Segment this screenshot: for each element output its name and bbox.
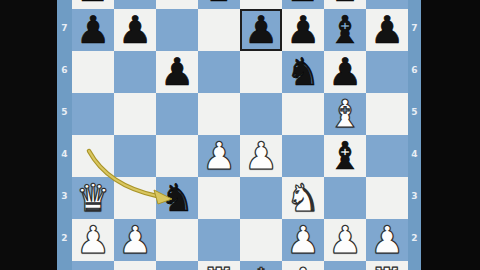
white-pawn-h2[interactable]: ♟ xyxy=(370,219,404,261)
square-c6[interactable]: ♟ xyxy=(156,51,198,93)
rank-labels-right: 87654321 xyxy=(408,0,421,270)
square-b1[interactable] xyxy=(114,261,156,270)
black-queen-d8[interactable]: ♛ xyxy=(202,0,236,9)
square-h3[interactable] xyxy=(366,177,408,219)
square-e5[interactable] xyxy=(240,93,282,135)
square-d7[interactable] xyxy=(198,9,240,51)
square-a1[interactable] xyxy=(72,261,114,270)
white-pawn-a2[interactable]: ♟ xyxy=(76,219,110,261)
square-g3[interactable] xyxy=(324,177,366,219)
white-rook-d1[interactable]: ♜ xyxy=(202,261,236,270)
square-a5[interactable] xyxy=(72,93,114,135)
square-d6[interactable] xyxy=(198,51,240,93)
black-pawn-h7[interactable]: ♟ xyxy=(370,9,404,51)
rank-label-4: 4 xyxy=(408,149,421,159)
white-pawn-f2[interactable]: ♟ xyxy=(286,219,320,261)
square-f7[interactable]: ♟ xyxy=(282,9,324,51)
black-knight-f6[interactable]: ♞ xyxy=(286,51,320,93)
square-c1[interactable] xyxy=(156,261,198,270)
square-h4[interactable] xyxy=(366,135,408,177)
square-e2[interactable] xyxy=(240,219,282,261)
letterbox-right xyxy=(421,0,480,270)
rank-label-2: 2 xyxy=(57,233,72,243)
letterbox-left xyxy=(0,0,57,270)
square-f1[interactable]: ♝ xyxy=(282,261,324,270)
white-king-e1[interactable]: ♚ xyxy=(244,261,278,270)
white-rook-h1[interactable]: ♜ xyxy=(370,261,404,270)
square-e7[interactable]: ♟ xyxy=(240,9,282,51)
black-pawn-e7[interactable]: ♟ xyxy=(244,9,278,51)
rank-label-3: 3 xyxy=(57,191,72,201)
square-g7[interactable]: ♝ xyxy=(324,9,366,51)
black-pawn-c6[interactable]: ♟ xyxy=(160,51,194,93)
square-e1[interactable]: ♚ xyxy=(240,261,282,270)
rank-label-5: 5 xyxy=(408,107,421,117)
square-f5[interactable] xyxy=(282,93,324,135)
rank-label-6: 6 xyxy=(408,65,421,75)
square-b4[interactable] xyxy=(114,135,156,177)
square-d8[interactable]: ♛ xyxy=(198,0,240,9)
white-pawn-b2[interactable]: ♟ xyxy=(118,219,152,261)
square-a3[interactable]: ♛ xyxy=(72,177,114,219)
square-g5[interactable]: ♝ xyxy=(324,93,366,135)
square-d2[interactable] xyxy=(198,219,240,261)
square-d3[interactable] xyxy=(198,177,240,219)
rank-label-5: 5 xyxy=(57,107,72,117)
black-pawn-f7[interactable]: ♟ xyxy=(286,9,320,51)
square-d1[interactable]: ♜ xyxy=(198,261,240,270)
square-h7[interactable]: ♟ xyxy=(366,9,408,51)
black-bishop-g4[interactable]: ♝ xyxy=(328,135,362,177)
rank-label-2: 2 xyxy=(408,233,421,243)
rank-label-7: 7 xyxy=(408,23,421,33)
square-a4[interactable] xyxy=(72,135,114,177)
square-e6[interactable] xyxy=(240,51,282,93)
square-f3[interactable]: ♞ xyxy=(282,177,324,219)
white-pawn-d4[interactable]: ♟ xyxy=(202,135,236,177)
square-b2[interactable]: ♟ xyxy=(114,219,156,261)
black-knight-c3[interactable]: ♞ xyxy=(160,177,194,219)
square-d4[interactable]: ♟ xyxy=(198,135,240,177)
square-b6[interactable] xyxy=(114,51,156,93)
square-h5[interactable] xyxy=(366,93,408,135)
square-f6[interactable]: ♞ xyxy=(282,51,324,93)
square-f4[interactable] xyxy=(282,135,324,177)
white-pawn-e4[interactable]: ♟ xyxy=(244,135,278,177)
square-f2[interactable]: ♟ xyxy=(282,219,324,261)
square-c7[interactable] xyxy=(156,9,198,51)
black-bishop-g7[interactable]: ♝ xyxy=(328,9,362,51)
rank-label-3: 3 xyxy=(408,191,421,201)
chess-board[interactable]: ♜♛♜♚♟♟♟♟♝♟♟♞♟♝♟♟♝♛♞♞♟♟♟♟♟♜♚♝♜ xyxy=(72,0,408,270)
chess-video-frame: 87654321 87654321 ♜♛♜♚♟♟♟♟♝♟♟♞♟♝♟♟♝♛♞♞♟♟… xyxy=(0,0,480,270)
square-a7[interactable]: ♟ xyxy=(72,9,114,51)
square-g6[interactable]: ♟ xyxy=(324,51,366,93)
square-c2[interactable] xyxy=(156,219,198,261)
rank-label-7: 7 xyxy=(57,23,72,33)
square-a2[interactable]: ♟ xyxy=(72,219,114,261)
rank-label-6: 6 xyxy=(57,65,72,75)
black-pawn-a7[interactable]: ♟ xyxy=(76,9,110,51)
rank-label-4: 4 xyxy=(57,149,72,159)
square-h6[interactable] xyxy=(366,51,408,93)
square-a6[interactable] xyxy=(72,51,114,93)
rank-labels-left: 87654321 xyxy=(57,0,72,270)
square-d5[interactable] xyxy=(198,93,240,135)
white-queen-a3[interactable]: ♛ xyxy=(76,177,110,219)
square-g1[interactable] xyxy=(324,261,366,270)
square-c5[interactable] xyxy=(156,93,198,135)
square-e3[interactable] xyxy=(240,177,282,219)
white-pawn-g2[interactable]: ♟ xyxy=(328,219,362,261)
square-g4[interactable]: ♝ xyxy=(324,135,366,177)
square-h2[interactable]: ♟ xyxy=(366,219,408,261)
white-bishop-f1[interactable]: ♝ xyxy=(286,261,320,270)
square-g2[interactable]: ♟ xyxy=(324,219,366,261)
white-knight-f3[interactable]: ♞ xyxy=(286,177,320,219)
black-pawn-b7[interactable]: ♟ xyxy=(118,9,152,51)
square-e4[interactable]: ♟ xyxy=(240,135,282,177)
square-c4[interactable] xyxy=(156,135,198,177)
square-h1[interactable]: ♜ xyxy=(366,261,408,270)
square-b3[interactable] xyxy=(114,177,156,219)
square-c8[interactable] xyxy=(156,0,198,9)
square-b5[interactable] xyxy=(114,93,156,135)
square-c3[interactable]: ♞ xyxy=(156,177,198,219)
white-bishop-g5[interactable]: ♝ xyxy=(328,93,362,135)
black-pawn-g6[interactable]: ♟ xyxy=(328,51,362,93)
square-b7[interactable]: ♟ xyxy=(114,9,156,51)
